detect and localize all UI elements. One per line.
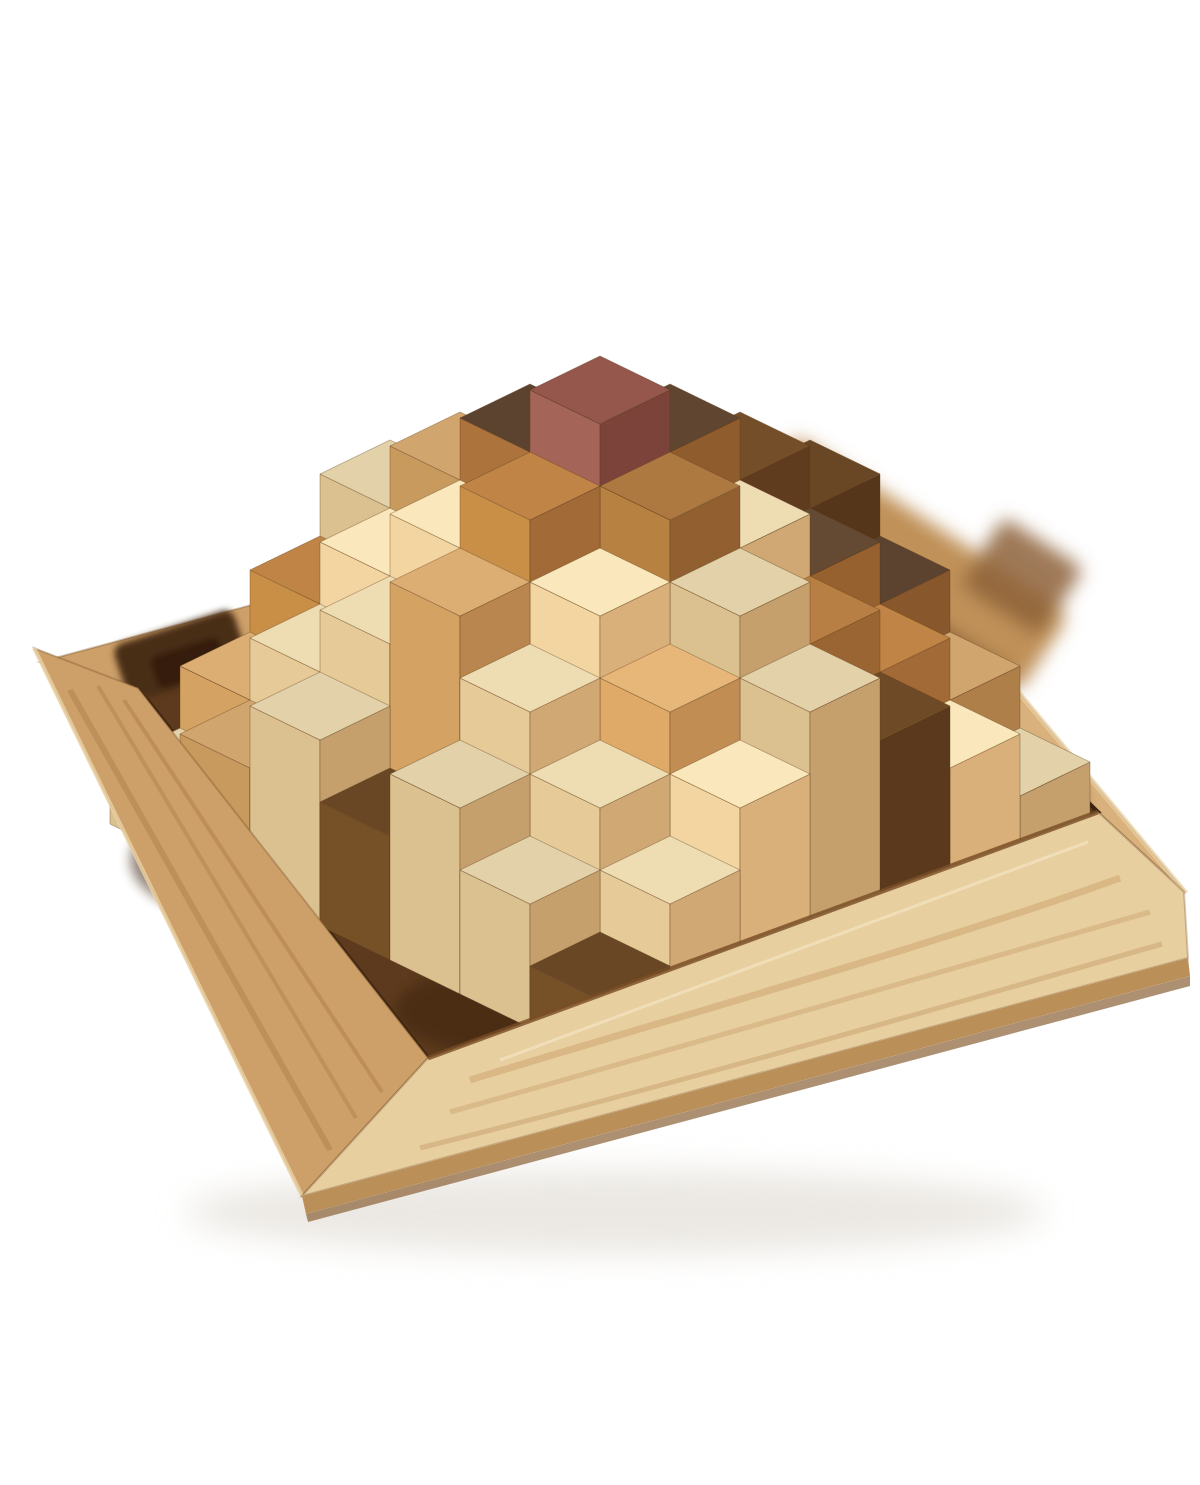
product-photo-svg [0,0,1200,1485]
column-left-face [390,774,460,994]
wooden-pyramid-puzzle-photo [0,0,1200,1485]
